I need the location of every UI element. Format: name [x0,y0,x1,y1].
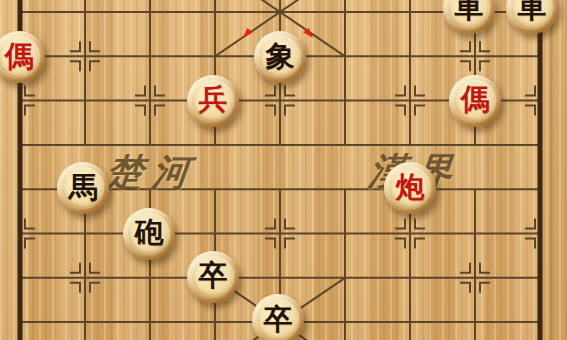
piece-red-soldier[interactable]: 兵 [187,75,239,127]
pieces-layer: 車車傌象兵傌馬炮砲卒卒 [0,0,567,340]
black-piece-glyph: 車 [455,0,484,22]
piece-face: 兵 [192,80,234,122]
piece-face: 馬 [62,167,104,209]
piece-red-horse-1[interactable]: 傌 [0,31,45,83]
piece-black-elephant[interactable]: 象 [254,31,306,83]
piece-black-chariot-1[interactable]: 車 [443,0,495,34]
red-piece-glyph: 炮 [396,173,425,202]
black-piece-glyph: 車 [518,0,547,22]
piece-face: 象 [259,36,301,78]
xiangqi-board[interactable]: 楚河 漢界 車車傌象兵傌馬炮砲卒卒 [0,0,567,340]
red-piece-glyph: 兵 [199,85,228,114]
black-piece-glyph: 卒 [199,261,228,290]
red-piece-glyph: 傌 [461,85,490,114]
piece-face: 卒 [192,256,234,298]
piece-black-soldier-2[interactable]: 卒 [252,294,304,340]
piece-black-soldier-1[interactable]: 卒 [187,251,239,303]
piece-face: 炮 [389,167,431,209]
piece-red-cannon[interactable]: 炮 [384,162,436,214]
black-piece-glyph: 馬 [69,173,98,202]
piece-black-horse[interactable]: 馬 [57,162,109,214]
piece-red-horse-2[interactable]: 傌 [449,75,501,127]
piece-face: 傌 [0,36,40,78]
piece-face: 車 [511,0,553,29]
piece-face: 卒 [257,299,299,340]
piece-face: 車 [448,0,490,29]
black-piece-glyph: 砲 [135,218,164,247]
piece-face: 傌 [454,80,496,122]
piece-black-chariot-2[interactable]: 車 [506,0,558,34]
black-piece-glyph: 卒 [264,305,293,334]
piece-black-cannon[interactable]: 砲 [123,208,175,260]
black-piece-glyph: 象 [266,42,295,71]
red-piece-glyph: 傌 [5,42,34,71]
piece-face: 砲 [128,213,170,255]
